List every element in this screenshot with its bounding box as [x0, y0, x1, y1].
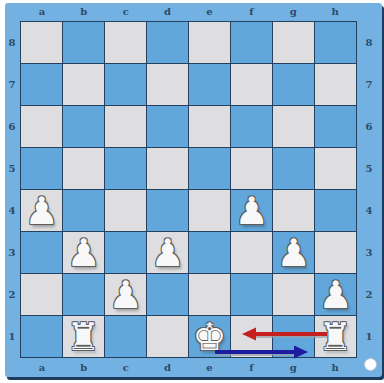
- rank-label-6: 6: [6, 106, 18, 148]
- square-b5[interactable]: [63, 148, 104, 189]
- square-e1[interactable]: ♚: [189, 316, 230, 357]
- rank-label-2: 2: [6, 273, 18, 315]
- square-e8[interactable]: [189, 22, 230, 63]
- file-label-c: c: [105, 6, 147, 19]
- rank-labels-right: 87654321: [363, 22, 375, 357]
- square-d7[interactable]: [147, 64, 188, 105]
- square-h4[interactable]: [315, 190, 356, 231]
- white-to-move-indicator: [364, 358, 377, 371]
- rank-label-4: 4: [363, 190, 375, 232]
- square-d5[interactable]: [147, 148, 188, 189]
- rank-label-4: 4: [6, 190, 18, 232]
- square-b4[interactable]: [63, 190, 104, 231]
- chess-diagram: abcdefgh abcdefgh 87654321 87654321 ♟♟♟♟…: [0, 0, 384, 383]
- square-h5[interactable]: [315, 148, 356, 189]
- square-d8[interactable]: [147, 22, 188, 63]
- file-label-h: h: [314, 362, 356, 375]
- square-c6[interactable]: [105, 106, 146, 147]
- square-h8[interactable]: [315, 22, 356, 63]
- square-b2[interactable]: [63, 274, 104, 315]
- file-labels-top: abcdefgh: [21, 6, 356, 19]
- square-g5[interactable]: [273, 148, 314, 189]
- rank-label-8: 8: [6, 22, 18, 64]
- square-f8[interactable]: [231, 22, 272, 63]
- square-g1[interactable]: [273, 316, 314, 357]
- white-king-e1[interactable]: ♚: [189, 316, 230, 357]
- square-h1[interactable]: ♜: [315, 316, 356, 357]
- file-label-h: h: [314, 6, 356, 19]
- file-label-g: g: [272, 362, 314, 375]
- white-pawn-b3[interactable]: ♟: [63, 232, 104, 273]
- square-c5[interactable]: [105, 148, 146, 189]
- square-d2[interactable]: [147, 274, 188, 315]
- square-c4[interactable]: [105, 190, 146, 231]
- rank-label-6: 6: [363, 106, 375, 148]
- square-g2[interactable]: [273, 274, 314, 315]
- square-c1[interactable]: [105, 316, 146, 357]
- white-pawn-g3[interactable]: ♟: [273, 232, 314, 273]
- square-c7[interactable]: [105, 64, 146, 105]
- rank-label-5: 5: [363, 148, 375, 190]
- file-label-e: e: [189, 362, 231, 375]
- square-a3[interactable]: [21, 232, 62, 273]
- square-f3[interactable]: [231, 232, 272, 273]
- square-g6[interactable]: [273, 106, 314, 147]
- white-pawn-f4[interactable]: ♟: [231, 190, 272, 231]
- square-e7[interactable]: [189, 64, 230, 105]
- square-e5[interactable]: [189, 148, 230, 189]
- rank-label-8: 8: [363, 22, 375, 64]
- white-pawn-h2[interactable]: ♟: [315, 274, 356, 315]
- square-a5[interactable]: [21, 148, 62, 189]
- square-g3[interactable]: ♟: [273, 232, 314, 273]
- square-h3[interactable]: [315, 232, 356, 273]
- square-f1[interactable]: [231, 316, 272, 357]
- square-c2[interactable]: ♟: [105, 274, 146, 315]
- rank-label-3: 3: [363, 231, 375, 273]
- file-labels-bottom: abcdefgh: [21, 362, 356, 375]
- file-label-d: d: [147, 362, 189, 375]
- square-h2[interactable]: ♟: [315, 274, 356, 315]
- square-b1[interactable]: ♜: [63, 316, 104, 357]
- square-a8[interactable]: [21, 22, 62, 63]
- square-e3[interactable]: [189, 232, 230, 273]
- square-a4[interactable]: ♟: [21, 190, 62, 231]
- file-label-e: e: [189, 6, 231, 19]
- file-label-g: g: [272, 6, 314, 19]
- file-label-d: d: [147, 6, 189, 19]
- white-pawn-a4[interactable]: ♟: [21, 190, 62, 231]
- square-a7[interactable]: [21, 64, 62, 105]
- square-d3[interactable]: ♟: [147, 232, 188, 273]
- square-a1[interactable]: [21, 316, 62, 357]
- square-f5[interactable]: [231, 148, 272, 189]
- square-f7[interactable]: [231, 64, 272, 105]
- file-label-a: a: [21, 362, 63, 375]
- square-e6[interactable]: [189, 106, 230, 147]
- square-b3[interactable]: ♟: [63, 232, 104, 273]
- white-rook-h1[interactable]: ♜: [315, 316, 356, 357]
- file-label-c: c: [105, 362, 147, 375]
- file-label-b: b: [63, 362, 105, 375]
- square-a6[interactable]: [21, 106, 62, 147]
- white-pawn-d3[interactable]: ♟: [147, 232, 188, 273]
- file-label-f: f: [230, 362, 272, 375]
- white-rook-b1[interactable]: ♜: [63, 316, 104, 357]
- square-b6[interactable]: [63, 106, 104, 147]
- square-a2[interactable]: [21, 274, 62, 315]
- square-g7[interactable]: [273, 64, 314, 105]
- square-g4[interactable]: [273, 190, 314, 231]
- square-b7[interactable]: [63, 64, 104, 105]
- square-f2[interactable]: [231, 274, 272, 315]
- square-h7[interactable]: [315, 64, 356, 105]
- file-label-f: f: [230, 6, 272, 19]
- rank-label-3: 3: [6, 231, 18, 273]
- square-c3[interactable]: [105, 232, 146, 273]
- square-e2[interactable]: [189, 274, 230, 315]
- white-pawn-c2[interactable]: ♟: [105, 274, 146, 315]
- rank-label-1: 1: [363, 315, 375, 357]
- square-f6[interactable]: [231, 106, 272, 147]
- square-g8[interactable]: [273, 22, 314, 63]
- square-h6[interactable]: [315, 106, 356, 147]
- square-e4[interactable]: [189, 190, 230, 231]
- rank-label-5: 5: [6, 148, 18, 190]
- rank-label-7: 7: [6, 64, 18, 106]
- square-d1[interactable]: [147, 316, 188, 357]
- square-d4[interactable]: [147, 190, 188, 231]
- rank-labels-left: 87654321: [6, 22, 18, 357]
- board-grid: ♟♟♟♟♟♟♟♜♚♜: [20, 21, 357, 358]
- square-b8[interactable]: [63, 22, 104, 63]
- file-label-a: a: [21, 6, 63, 19]
- file-label-b: b: [63, 6, 105, 19]
- rank-label-2: 2: [363, 273, 375, 315]
- square-f4[interactable]: ♟: [231, 190, 272, 231]
- rank-label-1: 1: [6, 315, 18, 357]
- rank-label-7: 7: [363, 64, 375, 106]
- board-frame: abcdefgh abcdefgh 87654321 87654321 ♟♟♟♟…: [5, 3, 382, 377]
- square-d6[interactable]: [147, 106, 188, 147]
- square-c8[interactable]: [105, 22, 146, 63]
